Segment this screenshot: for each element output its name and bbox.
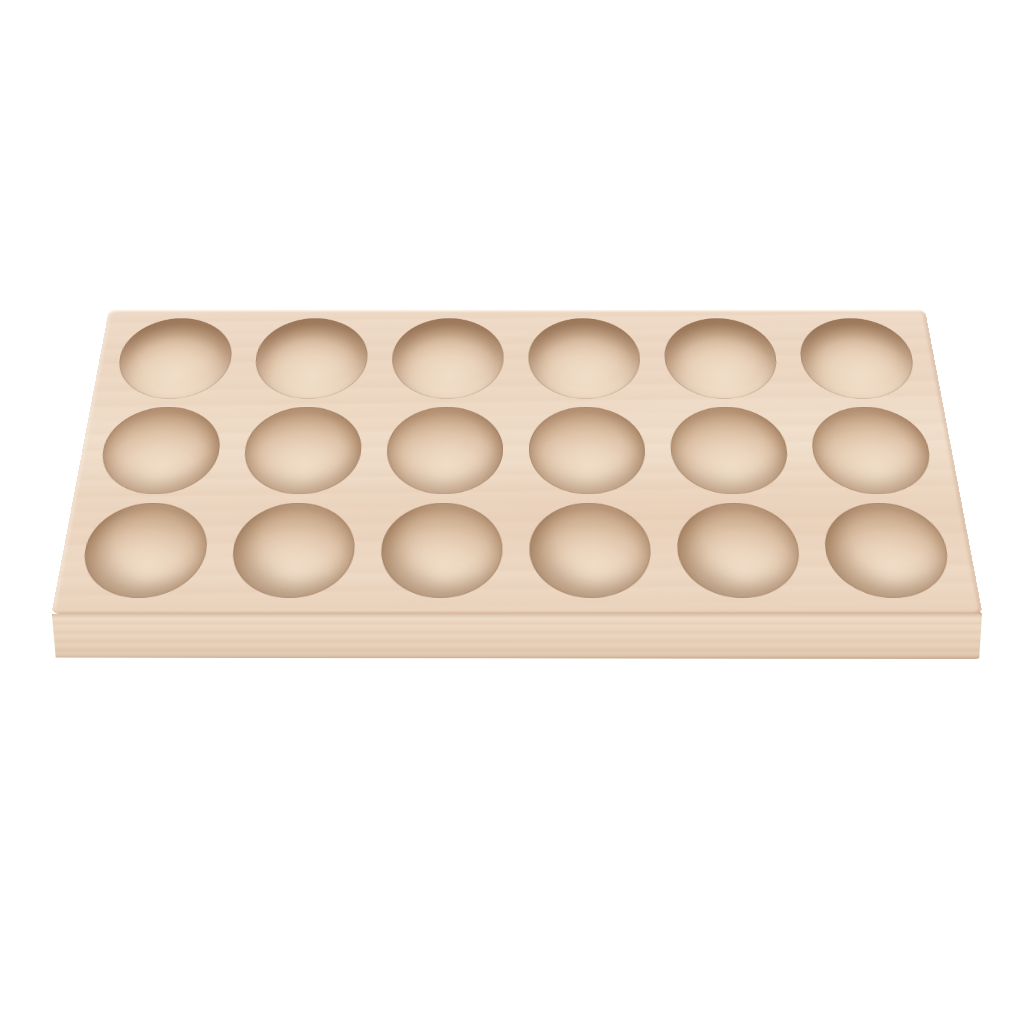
pit-r1c3[interactable]	[390, 318, 504, 399]
pit-r2c6[interactable]	[807, 407, 936, 494]
pit-r2c5[interactable]	[668, 407, 792, 494]
pit-r2c2[interactable]	[240, 407, 364, 494]
pit-r3c4[interactable]	[529, 503, 653, 598]
pit-r2c3[interactable]	[385, 407, 504, 494]
pit-r1c4[interactable]	[528, 318, 642, 399]
pit-r3c3[interactable]	[379, 503, 503, 598]
pit-r2c4[interactable]	[529, 407, 648, 494]
board-front-edge	[52, 612, 982, 659]
board	[51, 310, 982, 613]
pit-r1c5[interactable]	[662, 318, 781, 399]
pit-r1c2[interactable]	[251, 318, 370, 399]
pit-r3c1[interactable]	[77, 503, 213, 598]
pit-r3c6[interactable]	[820, 503, 956, 598]
pit-r2c1[interactable]	[95, 407, 224, 494]
pit-r3c2[interactable]	[228, 503, 358, 598]
product-photo-scene	[0, 0, 1024, 1024]
pit-r1c1[interactable]	[113, 318, 237, 399]
pit-r1c6[interactable]	[796, 318, 920, 399]
pit-r3c5[interactable]	[674, 503, 804, 598]
